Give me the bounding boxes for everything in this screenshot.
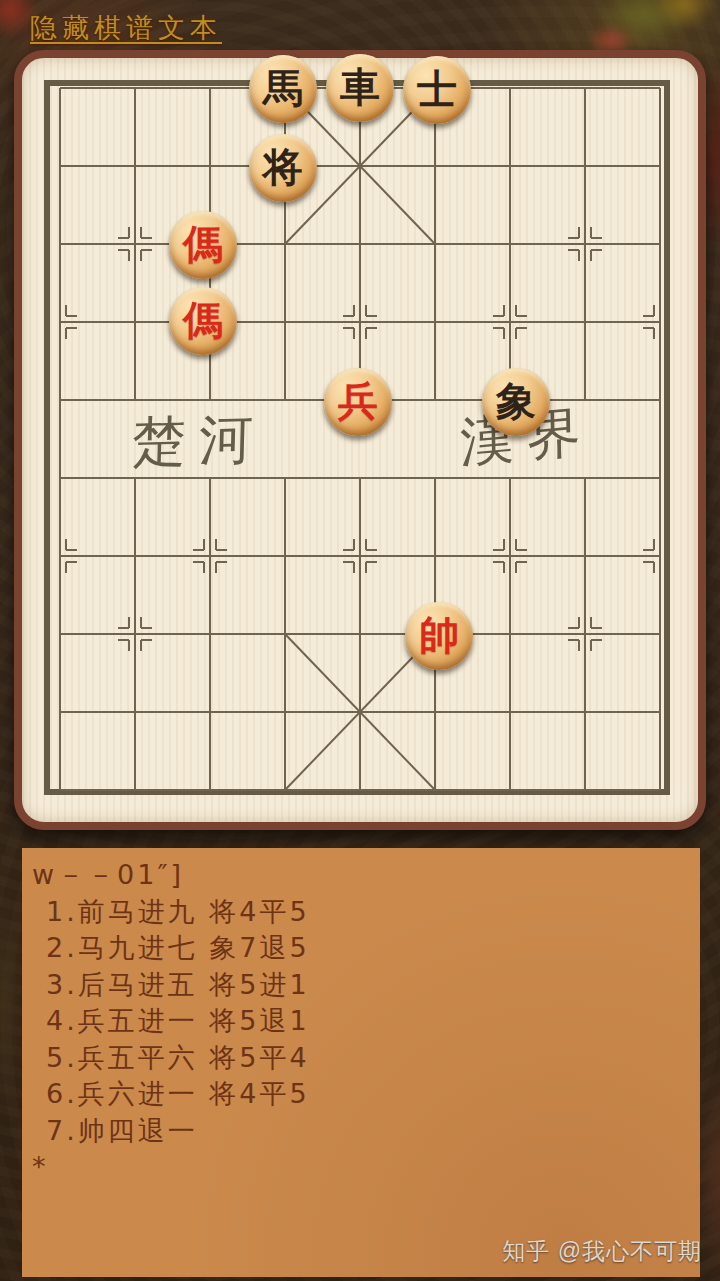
piece-glyph: 傌 (183, 224, 223, 264)
app-screen: 隐藏棋谱文本 楚河 漢界 馬車士将傌傌兵象帥 w－－01″]1.前马进九 将4平… (0, 0, 720, 1281)
black-piece-車[interactable]: 車 (326, 54, 394, 122)
red-piece-傌[interactable]: 傌 (169, 211, 237, 279)
piece-glyph: 馬 (263, 68, 303, 108)
notation-line: 4.兵五进一 将5退1 (32, 1003, 694, 1040)
corner-flower-decoration (652, 0, 716, 28)
red-piece-傌[interactable]: 傌 (169, 287, 237, 355)
notation-line: 3.后马进五 将5进1 (32, 967, 694, 1004)
notation-line: w－－01″] (32, 857, 694, 894)
board-panel (14, 50, 706, 830)
notation-line: 7.帅四退一 (32, 1113, 694, 1150)
corner-flower-decoration (596, 0, 692, 46)
notation-line: 1.前马进九 将4平5 (32, 894, 694, 931)
piece-glyph: 車 (340, 67, 380, 107)
black-piece-将[interactable]: 将 (249, 134, 317, 202)
piece-glyph: 将 (263, 147, 303, 187)
red-piece-兵[interactable]: 兵 (324, 368, 392, 436)
piece-glyph: 帥 (419, 615, 459, 655)
watermark: 知乎 @我心不可期 (502, 1236, 702, 1267)
black-piece-象[interactable]: 象 (482, 368, 550, 436)
piece-glyph: 象 (496, 381, 536, 421)
edge-flower-decoration (700, 1060, 720, 1281)
river-label-left: 楚河 (131, 412, 266, 470)
edge-flower-decoration (0, 880, 20, 1120)
piece-glyph: 兵 (338, 381, 378, 421)
hide-notation-toggle[interactable]: 隐藏棋谱文本 (30, 12, 222, 46)
notation-panel: w－－01″]1.前马进九 将4平52.马九进七 象7退53.后马进五 将5进1… (22, 848, 700, 1277)
black-piece-士[interactable]: 士 (403, 56, 471, 124)
notation-line: * (32, 1149, 694, 1186)
piece-glyph: 傌 (183, 300, 223, 340)
notation-line: 5.兵五平六 将5平4 (32, 1040, 694, 1077)
red-piece-帥[interactable]: 帥 (405, 602, 473, 670)
black-piece-馬[interactable]: 馬 (249, 55, 317, 123)
notation-line: 2.马九进七 象7退5 (32, 930, 694, 967)
piece-glyph: 士 (417, 69, 457, 109)
notation-line: 6.兵六进一 将4平5 (32, 1076, 694, 1113)
